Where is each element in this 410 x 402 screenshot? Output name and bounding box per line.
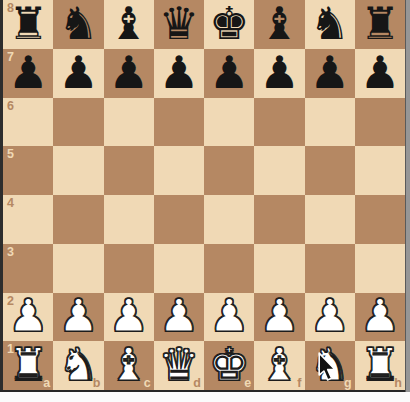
square-d2[interactable]: ♟ bbox=[154, 293, 204, 342]
square-c6[interactable] bbox=[104, 98, 154, 147]
square-g7[interactable]: ♟ bbox=[305, 49, 355, 98]
file-label-f: f bbox=[297, 376, 301, 390]
square-f5[interactable] bbox=[254, 146, 304, 195]
square-a8[interactable]: 8♜ bbox=[3, 0, 53, 49]
square-b5[interactable] bbox=[53, 146, 103, 195]
piece-white-pawn[interactable]: ♟ bbox=[209, 293, 249, 338]
rank-label-6: 6 bbox=[7, 99, 14, 113]
page-background-strip bbox=[0, 392, 410, 402]
piece-black-pawn[interactable]: ♟ bbox=[58, 50, 98, 95]
piece-white-pawn[interactable]: ♟ bbox=[159, 293, 199, 338]
square-e3[interactable] bbox=[204, 244, 254, 293]
piece-white-bishop[interactable]: ♝ bbox=[259, 342, 299, 387]
square-g5[interactable] bbox=[305, 146, 355, 195]
square-e8[interactable]: ♚ bbox=[204, 0, 254, 49]
square-c8[interactable]: ♝ bbox=[104, 0, 154, 49]
square-g1[interactable]: g♞ bbox=[305, 341, 355, 390]
square-e1[interactable]: e♚ bbox=[204, 341, 254, 390]
square-h8[interactable]: ♜ bbox=[355, 0, 405, 49]
piece-white-pawn[interactable]: ♟ bbox=[360, 293, 400, 338]
square-b8[interactable]: ♞ bbox=[53, 0, 103, 49]
piece-white-pawn[interactable]: ♟ bbox=[309, 293, 349, 338]
square-b6[interactable] bbox=[53, 98, 103, 147]
rank-label-1: 1 bbox=[7, 342, 14, 356]
square-f2[interactable]: ♟ bbox=[254, 293, 304, 342]
file-label-c: c bbox=[144, 376, 151, 390]
file-label-d: d bbox=[193, 376, 201, 390]
square-e5[interactable] bbox=[204, 146, 254, 195]
chess-board: 8♜♞♝♛♚♝♞♜7♟♟♟♟♟♟♟♟65432♟♟♟♟♟♟♟♟1a♜b♞c♝d♛… bbox=[3, 0, 405, 390]
piece-black-pawn[interactable]: ♟ bbox=[360, 50, 400, 95]
piece-white-pawn[interactable]: ♟ bbox=[58, 293, 98, 338]
square-h1[interactable]: h♜ bbox=[355, 341, 405, 390]
piece-black-knight[interactable]: ♞ bbox=[58, 1, 98, 46]
square-d4[interactable] bbox=[154, 195, 204, 244]
file-label-b: b bbox=[93, 376, 101, 390]
square-a4[interactable]: 4 bbox=[3, 195, 53, 244]
piece-white-pawn[interactable]: ♟ bbox=[108, 293, 148, 338]
piece-white-king[interactable]: ♚ bbox=[209, 342, 249, 387]
piece-black-pawn[interactable]: ♟ bbox=[159, 50, 199, 95]
square-e7[interactable]: ♟ bbox=[204, 49, 254, 98]
piece-white-bishop[interactable]: ♝ bbox=[108, 342, 148, 387]
square-c2[interactable]: ♟ bbox=[104, 293, 154, 342]
square-h3[interactable] bbox=[355, 244, 405, 293]
square-h7[interactable]: ♟ bbox=[355, 49, 405, 98]
square-c1[interactable]: c♝ bbox=[104, 341, 154, 390]
square-h5[interactable] bbox=[355, 146, 405, 195]
square-d3[interactable] bbox=[154, 244, 204, 293]
square-e2[interactable]: ♟ bbox=[204, 293, 254, 342]
piece-white-pawn[interactable]: ♟ bbox=[8, 293, 48, 338]
piece-white-pawn[interactable]: ♟ bbox=[259, 293, 299, 338]
piece-black-pawn[interactable]: ♟ bbox=[259, 50, 299, 95]
square-f3[interactable] bbox=[254, 244, 304, 293]
square-g3[interactable] bbox=[305, 244, 355, 293]
square-h6[interactable] bbox=[355, 98, 405, 147]
square-a6[interactable]: 6 bbox=[3, 98, 53, 147]
rank-label-3: 3 bbox=[7, 245, 14, 259]
piece-black-bishop[interactable]: ♝ bbox=[108, 1, 148, 46]
square-d8[interactable]: ♛ bbox=[154, 0, 204, 49]
file-label-e: e bbox=[244, 376, 251, 390]
file-label-a: a bbox=[43, 376, 50, 390]
square-f1[interactable]: f♝ bbox=[254, 341, 304, 390]
square-g4[interactable] bbox=[305, 195, 355, 244]
square-b3[interactable] bbox=[53, 244, 103, 293]
square-d7[interactable]: ♟ bbox=[154, 49, 204, 98]
piece-black-rook[interactable]: ♜ bbox=[360, 1, 400, 46]
piece-black-queen[interactable]: ♛ bbox=[159, 1, 199, 46]
square-f7[interactable]: ♟ bbox=[254, 49, 304, 98]
square-c4[interactable] bbox=[104, 195, 154, 244]
chess-app-window: 8♜♞♝♛♚♝♞♜7♟♟♟♟♟♟♟♟65432♟♟♟♟♟♟♟♟1a♜b♞c♝d♛… bbox=[0, 0, 410, 402]
right-edge-strip bbox=[405, 0, 410, 392]
piece-black-bishop[interactable]: ♝ bbox=[259, 1, 299, 46]
square-g6[interactable] bbox=[305, 98, 355, 147]
square-a5[interactable]: 5 bbox=[3, 146, 53, 195]
rank-label-5: 5 bbox=[7, 147, 14, 161]
file-label-h: h bbox=[394, 376, 402, 390]
square-c5[interactable] bbox=[104, 146, 154, 195]
piece-black-rook[interactable]: ♜ bbox=[8, 1, 48, 46]
square-f4[interactable] bbox=[254, 195, 304, 244]
square-c3[interactable] bbox=[104, 244, 154, 293]
square-f6[interactable] bbox=[254, 98, 304, 147]
square-a3[interactable]: 3 bbox=[3, 244, 53, 293]
square-b4[interactable] bbox=[53, 195, 103, 244]
piece-black-pawn[interactable]: ♟ bbox=[309, 50, 349, 95]
piece-black-pawn[interactable]: ♟ bbox=[209, 50, 249, 95]
piece-black-king[interactable]: ♚ bbox=[209, 1, 249, 46]
square-e6[interactable] bbox=[204, 98, 254, 147]
piece-white-rook[interactable]: ♜ bbox=[8, 342, 48, 387]
square-a7[interactable]: 7♟ bbox=[3, 49, 53, 98]
rank-label-4: 4 bbox=[7, 196, 14, 210]
piece-black-pawn[interactable]: ♟ bbox=[8, 50, 48, 95]
square-g8[interactable]: ♞ bbox=[305, 0, 355, 49]
rank-label-7: 7 bbox=[7, 50, 14, 64]
square-d5[interactable] bbox=[154, 146, 204, 195]
square-c7[interactable]: ♟ bbox=[104, 49, 154, 98]
square-b7[interactable]: ♟ bbox=[53, 49, 103, 98]
square-e4[interactable] bbox=[204, 195, 254, 244]
square-h2[interactable]: ♟ bbox=[355, 293, 405, 342]
square-h4[interactable] bbox=[355, 195, 405, 244]
square-d6[interactable] bbox=[154, 98, 204, 147]
square-a2[interactable]: 2♟ bbox=[3, 293, 53, 342]
square-f8[interactable]: ♝ bbox=[254, 0, 304, 49]
rank-label-8: 8 bbox=[7, 1, 14, 15]
square-b1[interactable]: b♞ bbox=[53, 341, 103, 390]
square-a1[interactable]: 1a♜ bbox=[3, 341, 53, 390]
square-d1[interactable]: d♛ bbox=[154, 341, 204, 390]
piece-black-knight[interactable]: ♞ bbox=[309, 1, 349, 46]
piece-black-pawn[interactable]: ♟ bbox=[108, 50, 148, 95]
square-b2[interactable]: ♟ bbox=[53, 293, 103, 342]
rank-label-2: 2 bbox=[7, 294, 14, 308]
file-label-g: g bbox=[344, 376, 352, 390]
square-g2[interactable]: ♟ bbox=[305, 293, 355, 342]
